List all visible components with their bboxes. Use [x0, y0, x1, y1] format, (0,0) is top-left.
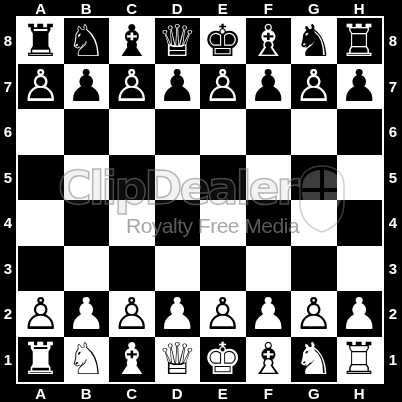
piece-black-pawn[interactable]: ♙	[21, 64, 60, 108]
piece-black-pawn[interactable]: ♙	[112, 64, 151, 108]
square-c7[interactable]: ♙	[109, 64, 155, 110]
square-f1[interactable]: ♗	[246, 337, 292, 383]
file-label-e: E	[200, 0, 246, 16]
piece-black-rook[interactable]: ♜	[21, 19, 60, 63]
file-labels-bottom: ABCDEFGH	[18, 384, 382, 402]
piece-black-pawn[interactable]: ♟	[340, 64, 379, 108]
square-c2[interactable]: ♙	[109, 291, 155, 337]
piece-white-knight[interactable]: ♞	[294, 337, 333, 381]
rank-label-5: 5	[0, 155, 16, 201]
square-d3[interactable]	[155, 246, 201, 292]
square-c8[interactable]: ♝	[109, 18, 155, 64]
square-g2[interactable]: ♙	[291, 291, 337, 337]
square-f2[interactable]: ♟	[246, 291, 292, 337]
rank-label-5: 5	[384, 155, 402, 201]
rank-label-3: 3	[0, 246, 16, 292]
file-label-f: F	[246, 384, 292, 402]
square-c3[interactable]	[109, 246, 155, 292]
piece-white-rook[interactable]: ♜	[21, 337, 60, 381]
piece-black-knight[interactable]: ♘	[67, 19, 106, 63]
piece-black-pawn[interactable]: ♙	[203, 64, 242, 108]
piece-white-pawn[interactable]: ♙	[294, 292, 333, 336]
rank-label-1: 1	[384, 337, 402, 383]
square-h8[interactable]: ♖	[337, 18, 383, 64]
piece-black-pawn[interactable]: ♙	[294, 64, 333, 108]
piece-white-knight[interactable]: ♘	[67, 337, 106, 381]
square-a8[interactable]: ♜	[18, 18, 64, 64]
square-f7[interactable]: ♟	[246, 64, 292, 110]
square-f5[interactable]	[246, 155, 292, 201]
rank-label-6: 6	[0, 109, 16, 155]
piece-black-king[interactable]: ♚	[203, 19, 242, 63]
square-e7[interactable]: ♙	[200, 64, 246, 110]
square-e5[interactable]	[200, 155, 246, 201]
square-e4[interactable]	[200, 200, 246, 246]
square-a6[interactable]	[18, 109, 64, 155]
piece-white-queen[interactable]: ♕	[158, 337, 197, 381]
rank-label-8: 8	[0, 18, 16, 64]
square-e6[interactable]	[200, 109, 246, 155]
square-e2[interactable]: ♙	[200, 291, 246, 337]
square-e3[interactable]	[200, 246, 246, 292]
square-h3[interactable]	[337, 246, 383, 292]
rank-label-6: 6	[384, 109, 402, 155]
file-label-g: G	[291, 0, 337, 16]
square-f3[interactable]	[246, 246, 292, 292]
square-b1[interactable]: ♘	[64, 337, 110, 383]
square-c6[interactable]	[109, 109, 155, 155]
square-g4[interactable]	[291, 200, 337, 246]
piece-black-knight[interactable]: ♞	[294, 19, 333, 63]
square-h5[interactable]	[337, 155, 383, 201]
file-label-e: E	[200, 384, 246, 402]
file-label-c: C	[109, 0, 155, 16]
square-b5[interactable]	[64, 155, 110, 201]
square-f8[interactable]: ♗	[246, 18, 292, 64]
piece-black-pawn[interactable]: ♟	[158, 64, 197, 108]
file-label-b: B	[64, 384, 110, 402]
square-a1[interactable]: ♜	[18, 337, 64, 383]
square-g3[interactable]	[291, 246, 337, 292]
file-label-f: F	[246, 0, 292, 16]
square-d6[interactable]	[155, 109, 201, 155]
square-h7[interactable]: ♟	[337, 64, 383, 110]
piece-white-pawn[interactable]: ♙	[21, 292, 60, 336]
square-e8[interactable]: ♚	[200, 18, 246, 64]
square-h2[interactable]: ♟	[337, 291, 383, 337]
square-b8[interactable]: ♘	[64, 18, 110, 64]
square-b7[interactable]: ♟	[64, 64, 110, 110]
rank-label-1: 1	[0, 337, 16, 383]
piece-white-king[interactable]: ♚	[203, 337, 242, 381]
piece-black-rook[interactable]: ♖	[340, 19, 379, 63]
piece-white-bishop[interactable]: ♗	[249, 337, 288, 381]
square-h1[interactable]: ♖	[337, 337, 383, 383]
square-e1[interactable]: ♚	[200, 337, 246, 383]
file-label-h: H	[337, 0, 383, 16]
rank-labels-left: 87654321	[0, 18, 16, 382]
piece-black-bishop[interactable]: ♝	[112, 19, 151, 63]
piece-white-bishop[interactable]: ♝	[112, 337, 151, 381]
square-c1[interactable]: ♝	[109, 337, 155, 383]
rank-label-4: 4	[384, 200, 402, 246]
square-a3[interactable]	[18, 246, 64, 292]
piece-black-queen[interactable]: ♕	[158, 19, 197, 63]
square-c5[interactable]	[109, 155, 155, 201]
square-b2[interactable]: ♟	[64, 291, 110, 337]
file-label-d: D	[155, 384, 201, 402]
file-label-b: B	[64, 0, 110, 16]
square-f4[interactable]	[246, 200, 292, 246]
rank-label-2: 2	[384, 291, 402, 337]
square-d4[interactable]	[155, 200, 201, 246]
file-label-d: D	[155, 0, 201, 16]
square-b4[interactable]	[64, 200, 110, 246]
square-b6[interactable]	[64, 109, 110, 155]
piece-white-pawn[interactable]: ♟	[158, 292, 197, 336]
square-d2[interactable]: ♟	[155, 291, 201, 337]
rank-label-8: 8	[384, 18, 402, 64]
square-h4[interactable]	[337, 200, 383, 246]
file-label-h: H	[337, 384, 383, 402]
square-d7[interactable]: ♟	[155, 64, 201, 110]
square-g6[interactable]	[291, 109, 337, 155]
square-d5[interactable]	[155, 155, 201, 201]
square-a7[interactable]: ♙	[18, 64, 64, 110]
piece-white-pawn[interactable]: ♟	[340, 292, 379, 336]
rank-label-4: 4	[0, 200, 16, 246]
square-c4[interactable]	[109, 200, 155, 246]
square-d1[interactable]: ♕	[155, 337, 201, 383]
piece-white-pawn[interactable]: ♟	[249, 292, 288, 336]
square-h6[interactable]	[337, 109, 383, 155]
piece-white-pawn[interactable]: ♟	[67, 292, 106, 336]
piece-white-pawn[interactable]: ♙	[203, 292, 242, 336]
piece-black-pawn[interactable]: ♟	[67, 64, 106, 108]
chess-board: ♜♘♝♕♚♗♞♖♙♟♙♟♙♟♙♟♙♟♙♟♙♟♙♟♜♘♝♕♚♗♞♖	[16, 16, 384, 384]
piece-black-pawn[interactable]: ♟	[249, 64, 288, 108]
rank-labels-right: 87654321	[384, 18, 402, 382]
chessboard-diagram: ABCDEFGH ABCDEFGH 87654321 87654321 ♜♘♝♕…	[0, 0, 402, 402]
rank-label-2: 2	[0, 291, 16, 337]
square-g7[interactable]: ♙	[291, 64, 337, 110]
square-g1[interactable]: ♞	[291, 337, 337, 383]
file-label-a: A	[18, 0, 64, 16]
rank-label-7: 7	[384, 64, 402, 110]
rank-label-3: 3	[384, 246, 402, 292]
file-label-g: G	[291, 384, 337, 402]
square-g8[interactable]: ♞	[291, 18, 337, 64]
square-a2[interactable]: ♙	[18, 291, 64, 337]
square-d8[interactable]: ♕	[155, 18, 201, 64]
rank-label-7: 7	[0, 64, 16, 110]
file-labels-top: ABCDEFGH	[18, 0, 382, 16]
square-b3[interactable]	[64, 246, 110, 292]
piece-white-rook[interactable]: ♖	[340, 337, 379, 381]
file-label-c: C	[109, 384, 155, 402]
square-f6[interactable]	[246, 109, 292, 155]
square-a5[interactable]	[18, 155, 64, 201]
square-a4[interactable]	[18, 200, 64, 246]
piece-white-pawn[interactable]: ♙	[112, 292, 151, 336]
piece-black-bishop[interactable]: ♗	[249, 19, 288, 63]
square-g5[interactable]	[291, 155, 337, 201]
file-label-a: A	[18, 384, 64, 402]
